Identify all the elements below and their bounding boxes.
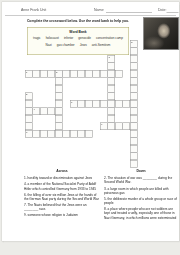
name-input-line[interactable] (106, 12, 152, 13)
crossword-cell[interactable] (85, 100, 93, 108)
crossword-cell[interactable] (55, 130, 63, 138)
clue-number: 1 (26, 71, 27, 74)
crossword-cell[interactable] (48, 70, 56, 78)
crossword-cell[interactable] (130, 115, 138, 123)
crossword-cell[interactable] (130, 93, 138, 101)
crossword-cell[interactable] (48, 108, 56, 116)
crossword-cell[interactable] (25, 115, 33, 123)
crossword-cell[interactable] (130, 123, 138, 131)
crossword-cell[interactable] (130, 130, 138, 138)
across-clue-7: 7. The Nazis believed that the Jews were… (24, 203, 100, 211)
date-label: Date: (158, 8, 166, 12)
crossword-cell[interactable] (100, 100, 108, 108)
crossword-cell[interactable] (93, 70, 101, 78)
crossword-cell[interactable]: 2 (25, 93, 33, 101)
crossword-cell[interactable] (108, 123, 116, 131)
crossword-cell[interactable]: 7 (70, 100, 78, 108)
crossword-grid: 152634789 (25, 40, 138, 168)
crossword-cell[interactable] (130, 70, 138, 78)
crossword-cell[interactable] (130, 138, 138, 146)
crossword-cell[interactable]: 4 (33, 108, 41, 116)
word-bank-word: genocide (78, 36, 91, 40)
crossword-cell[interactable] (130, 145, 138, 153)
word-bank-word: concentration camp (96, 36, 123, 40)
worksheet-scale-wrapper: Anne Frank Unit Name: Date: Complete the… (0, 0, 180, 255)
crossword-cell[interactable] (130, 78, 138, 86)
crossword-cell[interactable] (40, 108, 48, 116)
crossword-cell[interactable] (70, 70, 78, 78)
crossword-cell[interactable]: 3 (108, 55, 116, 63)
down-clue-8: 8. a place where people who are not sold… (104, 207, 178, 219)
crossword-cell[interactable] (115, 70, 123, 78)
crossword-cell[interactable] (63, 70, 71, 78)
crossword-cell[interactable] (55, 93, 63, 101)
crossword-cell[interactable]: 5 (55, 70, 63, 78)
crossword-cell[interactable] (25, 100, 33, 108)
clue-number: 9 (101, 123, 102, 126)
crossword-cell[interactable] (85, 130, 93, 138)
crossword-cell[interactable] (123, 100, 131, 108)
header-divider (5, 16, 176, 17)
crossword-cell[interactable] (55, 85, 63, 93)
crossword-cell[interactable] (108, 93, 116, 101)
date-input-line[interactable] (167, 12, 179, 13)
across-clue-6: 6. the killing of over six million Jews … (24, 192, 100, 200)
across-clue-9: 9. someone whose religion is Judaism (24, 213, 100, 217)
crossword-cell[interactable] (48, 130, 56, 138)
crossword-cell[interactable]: 6 (25, 130, 33, 138)
crossword-cell[interactable] (55, 100, 63, 108)
crossword-cell[interactable] (108, 78, 116, 86)
crossword-cell[interactable] (78, 70, 86, 78)
crossword-cell[interactable] (130, 153, 138, 161)
crossword-cell[interactable] (130, 100, 138, 108)
crossword-cell[interactable] (130, 85, 138, 93)
crossword-cell[interactable] (63, 130, 71, 138)
crossword-cell[interactable]: 9 (100, 123, 108, 131)
crossword-cell[interactable] (93, 100, 101, 108)
crossword-cell[interactable] (130, 160, 138, 168)
crossword-cell[interactable] (55, 115, 63, 123)
crossword-cell[interactable] (108, 108, 116, 116)
down-clue-3: 3. a large room in which people are kill… (104, 186, 178, 194)
crossword-cell[interactable] (108, 100, 116, 108)
clue-number: 6 (26, 131, 27, 134)
crossword-cell[interactable] (108, 85, 116, 93)
crossword-cell[interactable] (25, 123, 33, 131)
crossword-cell[interactable] (85, 70, 93, 78)
crossword-cell[interactable] (115, 123, 123, 131)
crossword-cell[interactable] (108, 115, 116, 123)
worksheet-title: Anne Frank Unit (21, 8, 46, 12)
worksheet-page: Anne Frank Unit Name: Date: Complete the… (2, 2, 180, 242)
clue-number: 2 (26, 93, 27, 96)
crossword-cell[interactable] (55, 78, 63, 86)
crossword-cell[interactable] (78, 100, 86, 108)
clue-number: 3 (109, 56, 110, 59)
crossword-cell[interactable] (55, 123, 63, 131)
instruction-text: Complete the crossword below. Use the wo… (21, 19, 135, 23)
word-bank-word: tragic (33, 36, 41, 40)
across-clue-1: 1. hostility toward or discrimination ag… (24, 176, 100, 180)
crossword-cell[interactable] (70, 130, 78, 138)
crossword-cell[interactable] (25, 108, 33, 116)
crossword-cell[interactable] (123, 123, 131, 131)
portrait-photo (143, 17, 179, 50)
crossword-cell[interactable] (40, 130, 48, 138)
across-header: Across (24, 169, 100, 173)
crossword-cell[interactable] (130, 48, 138, 56)
crossword-cell[interactable] (100, 70, 108, 78)
word-bank-title: Word Bank (28, 30, 129, 34)
crossword-cell[interactable] (130, 63, 138, 71)
word-bank-word: holocaust (46, 36, 59, 40)
crossword-cell[interactable] (130, 108, 138, 116)
crossword-cell[interactable]: 1 (25, 70, 33, 78)
crossword-cell[interactable] (108, 70, 116, 78)
clue-number: 7 (71, 101, 72, 104)
crossword-cell[interactable] (130, 55, 138, 63)
crossword-cell[interactable] (78, 130, 86, 138)
crossword-cell[interactable] (55, 108, 63, 116)
word-bank-row-1: tragicholocaustinferiorgenocideconcentra… (28, 36, 129, 40)
down-clue-2: 2. The situation of war was ________ dur… (104, 176, 178, 184)
clue-number: 5 (56, 71, 57, 74)
crossword-cell[interactable] (40, 70, 48, 78)
name-label: Name: (94, 8, 104, 12)
crossword-cell[interactable] (108, 63, 116, 71)
word-bank-word: inferior (64, 36, 73, 40)
clue-number: 4 (34, 108, 35, 111)
crossword-cell[interactable]: 8 (130, 40, 138, 48)
crossword-cell[interactable] (33, 70, 41, 78)
across-clue-list: 1. hostility toward or discrimination ag… (24, 176, 100, 219)
crossword-cell[interactable] (115, 100, 123, 108)
down-clue-5: 5. the deliberate murder of a whole grou… (104, 197, 178, 205)
down-clue-list: 2. The situation of war was ________ dur… (104, 176, 178, 221)
crossword-cell[interactable] (33, 130, 41, 138)
clue-number: 8 (131, 41, 132, 44)
across-clue-4: 4. a member of the National Socialist Pa… (24, 182, 100, 190)
down-header: Down (104, 169, 178, 173)
